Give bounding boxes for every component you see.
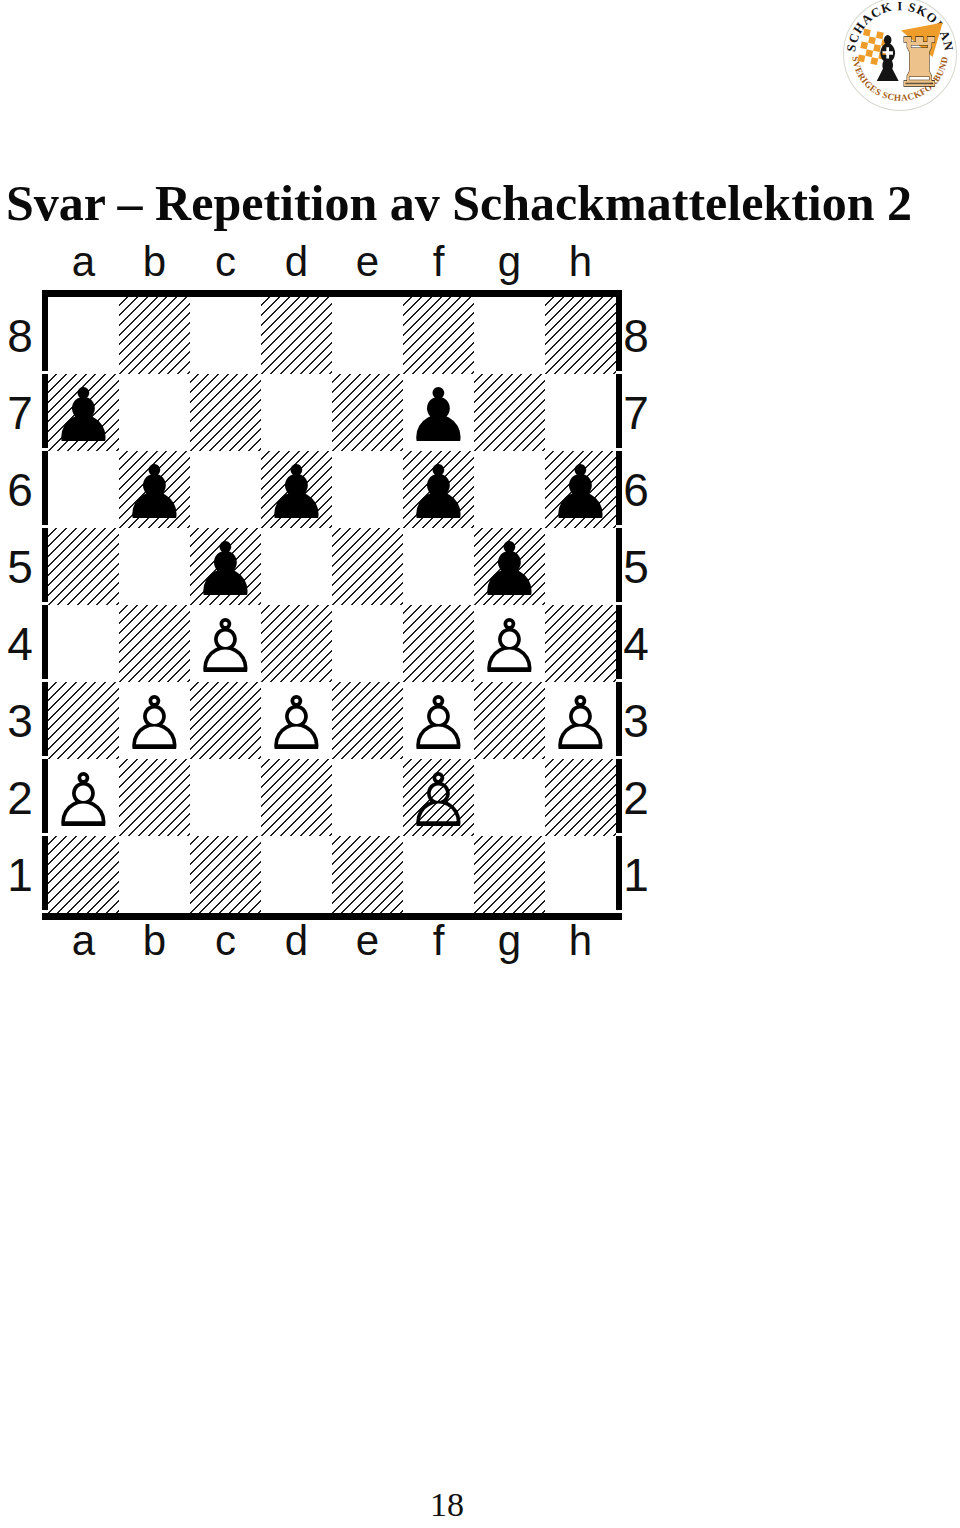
square-d1 <box>261 836 332 913</box>
square-g2 <box>474 759 545 836</box>
square-h2 <box>545 759 616 836</box>
square-g6 <box>474 451 545 528</box>
square-b7 <box>119 374 190 451</box>
square-e5 <box>332 528 403 605</box>
file-label-c: c <box>190 238 261 286</box>
black-pawn: ♟ <box>474 530 545 607</box>
rank-label-1: 1 <box>616 836 656 913</box>
black-pawn: ♟ <box>190 530 261 607</box>
square-b1 <box>119 836 190 913</box>
rank-label-5: 5 <box>0 528 40 605</box>
square-g1 <box>474 836 545 913</box>
square-e3 <box>332 682 403 759</box>
square-h1 <box>545 836 616 913</box>
square-a3 <box>48 682 119 759</box>
square-f3: ♙ <box>403 682 474 759</box>
square-e1 <box>332 836 403 913</box>
square-c5: ♟ <box>190 528 261 605</box>
white-pawn: ♙ <box>190 607 261 684</box>
schack-i-skolan-logo: SCHACK I SKOLAN SVERIGES SCHACKFÖRBUND ♜… <box>841 0 959 112</box>
square-a1 <box>48 836 119 913</box>
square-g7 <box>474 374 545 451</box>
square-e7 <box>332 374 403 451</box>
square-a2: ♙ <box>48 759 119 836</box>
rank-label-2: 2 <box>616 759 656 836</box>
bishop-icon: ♝ <box>867 24 909 97</box>
square-h5 <box>545 528 616 605</box>
square-f5 <box>403 528 474 605</box>
square-c8 <box>190 297 261 374</box>
square-a8 <box>48 297 119 374</box>
rank-label-5: 5 <box>616 528 656 605</box>
chess-board: ♟♟♟♟♟♟♟♟♙♙♙♙♙♙♙♙ <box>42 290 622 920</box>
file-label-f: f <box>403 916 474 966</box>
file-label-g: g <box>474 916 545 966</box>
square-a4 <box>48 605 119 682</box>
square-d3: ♙ <box>261 682 332 759</box>
file-label-h: h <box>545 238 616 286</box>
square-f7: ♟ <box>403 374 474 451</box>
black-pawn: ♟ <box>545 453 616 530</box>
rank-labels-right: 87654321 <box>616 297 656 913</box>
file-label-e: e <box>332 916 403 966</box>
file-label-a: a <box>48 916 119 966</box>
rank-label-3: 3 <box>0 682 40 759</box>
square-c3 <box>190 682 261 759</box>
square-d2 <box>261 759 332 836</box>
square-g8 <box>474 297 545 374</box>
square-a6 <box>48 451 119 528</box>
page-title: Svar – Repetition av Schackmattelektion … <box>6 176 912 231</box>
square-g4: ♙ <box>474 605 545 682</box>
square-e8 <box>332 297 403 374</box>
square-b4 <box>119 605 190 682</box>
square-f4 <box>403 605 474 682</box>
square-b3: ♙ <box>119 682 190 759</box>
square-f2: ♙ <box>403 759 474 836</box>
rank-label-3: 3 <box>616 682 656 759</box>
square-f8 <box>403 297 474 374</box>
black-pawn: ♟ <box>403 376 474 453</box>
rank-label-4: 4 <box>616 605 656 682</box>
square-f1 <box>403 836 474 913</box>
file-label-a: a <box>48 238 119 286</box>
white-pawn: ♙ <box>261 684 332 761</box>
square-h7 <box>545 374 616 451</box>
white-pawn: ♙ <box>48 761 119 838</box>
square-e6 <box>332 451 403 528</box>
file-label-b: b <box>119 916 190 966</box>
document-page: Svar – Repetition av Schackmattelektion … <box>0 0 960 1528</box>
square-c2 <box>190 759 261 836</box>
square-b5 <box>119 528 190 605</box>
rank-label-2: 2 <box>0 759 40 836</box>
rank-label-8: 8 <box>0 297 40 374</box>
white-pawn: ♙ <box>119 684 190 761</box>
square-a7: ♟ <box>48 374 119 451</box>
square-b2 <box>119 759 190 836</box>
rank-label-6: 6 <box>0 451 40 528</box>
rank-label-8: 8 <box>616 297 656 374</box>
square-e2 <box>332 759 403 836</box>
board-grid: ♟♟♟♟♟♟♟♟♙♙♙♙♙♙♙♙ <box>48 297 616 913</box>
file-label-g: g <box>474 238 545 286</box>
square-e4 <box>332 605 403 682</box>
square-g3 <box>474 682 545 759</box>
square-h8 <box>545 297 616 374</box>
white-pawn: ♙ <box>403 684 474 761</box>
square-b8 <box>119 297 190 374</box>
file-label-d: d <box>261 238 332 286</box>
file-label-c: c <box>190 916 261 966</box>
rank-label-4: 4 <box>0 605 40 682</box>
square-h3: ♙ <box>545 682 616 759</box>
square-h6: ♟ <box>545 451 616 528</box>
square-g5: ♟ <box>474 528 545 605</box>
file-labels-top: abcdefgh <box>48 238 616 286</box>
square-f6: ♟ <box>403 451 474 528</box>
black-pawn: ♟ <box>48 376 119 453</box>
black-pawn: ♟ <box>119 453 190 530</box>
square-c4: ♙ <box>190 605 261 682</box>
square-d6: ♟ <box>261 451 332 528</box>
square-d4 <box>261 605 332 682</box>
square-b6: ♟ <box>119 451 190 528</box>
square-d7 <box>261 374 332 451</box>
file-labels-bottom: abcdefgh <box>48 916 616 966</box>
square-d5 <box>261 528 332 605</box>
rank-label-1: 1 <box>0 836 40 913</box>
square-c1 <box>190 836 261 913</box>
square-a5 <box>48 528 119 605</box>
white-pawn: ♙ <box>474 607 545 684</box>
file-label-e: e <box>332 238 403 286</box>
page-number: 18 <box>397 1486 497 1524</box>
file-label-d: d <box>261 916 332 966</box>
file-label-h: h <box>545 916 616 966</box>
rank-label-7: 7 <box>0 374 40 451</box>
rank-label-7: 7 <box>616 374 656 451</box>
file-label-f: f <box>403 238 474 286</box>
black-pawn: ♟ <box>261 453 332 530</box>
square-d8 <box>261 297 332 374</box>
file-label-b: b <box>119 238 190 286</box>
square-c7 <box>190 374 261 451</box>
white-pawn: ♙ <box>403 761 474 838</box>
square-c6 <box>190 451 261 528</box>
rank-label-6: 6 <box>616 451 656 528</box>
square-h4 <box>545 605 616 682</box>
black-pawn: ♟ <box>403 453 474 530</box>
white-pawn: ♙ <box>545 684 616 761</box>
rank-labels-left: 87654321 <box>0 297 40 913</box>
